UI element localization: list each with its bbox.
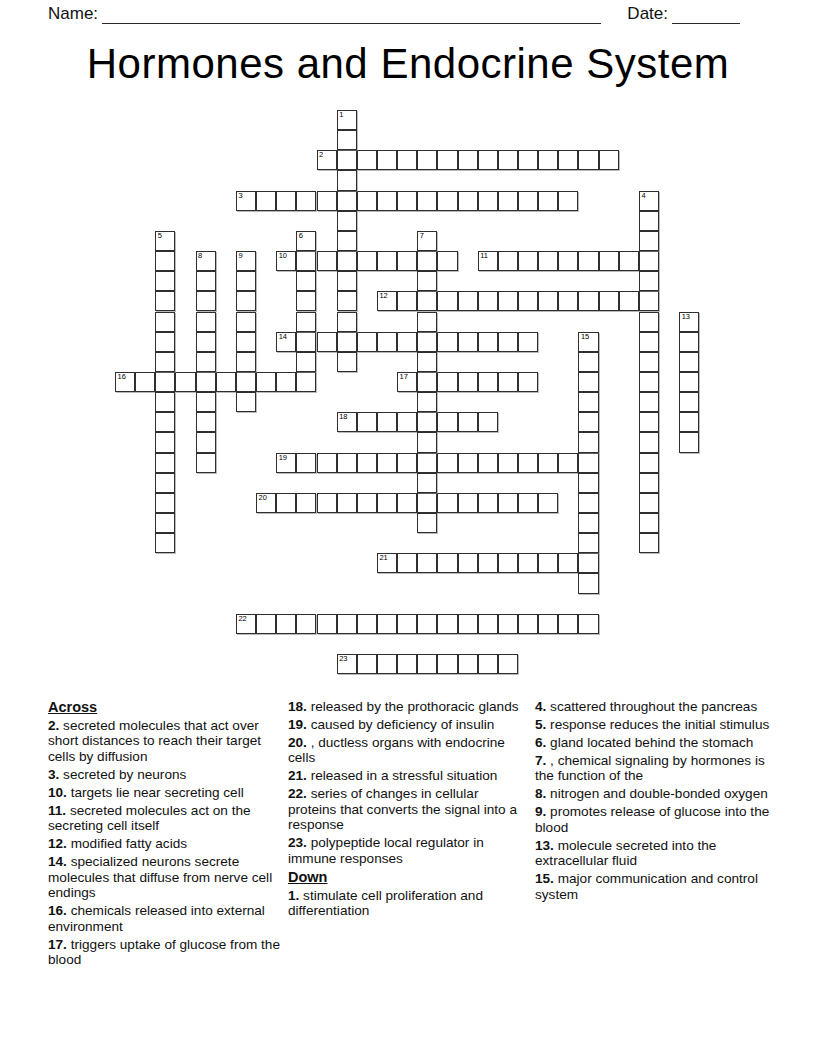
grid-cell[interactable] bbox=[558, 291, 578, 311]
grid-cell[interactable] bbox=[518, 493, 538, 513]
grid-cell[interactable] bbox=[337, 332, 357, 352]
grid-cell[interactable] bbox=[458, 372, 478, 392]
grid-cell[interactable] bbox=[175, 372, 195, 392]
grid-cell[interactable] bbox=[578, 372, 598, 392]
grid-cell[interactable] bbox=[538, 493, 558, 513]
grid-cell[interactable] bbox=[196, 432, 216, 452]
grid-cell[interactable] bbox=[619, 251, 639, 271]
grid-cell[interactable] bbox=[578, 473, 598, 493]
grid-cell[interactable] bbox=[639, 513, 659, 533]
grid-cell[interactable] bbox=[498, 191, 518, 211]
grid-cell[interactable] bbox=[196, 372, 216, 392]
grid-cell[interactable] bbox=[417, 352, 437, 372]
clue-item-3: 3. secreted by neurons bbox=[48, 767, 286, 782]
grid-cell[interactable] bbox=[437, 654, 457, 674]
grid-cell[interactable]: 12 bbox=[377, 291, 397, 311]
grid-cell[interactable] bbox=[357, 614, 377, 634]
grid-cell[interactable] bbox=[357, 654, 377, 674]
clue-item-14: 14. specialized neurons secrete molecule… bbox=[48, 854, 286, 900]
grid-cell[interactable] bbox=[155, 533, 175, 553]
grid-cell[interactable] bbox=[639, 211, 659, 231]
grid-cell[interactable] bbox=[296, 352, 316, 372]
grid-cell[interactable] bbox=[639, 453, 659, 473]
grid-cell[interactable] bbox=[578, 573, 598, 593]
grid-cell[interactable] bbox=[216, 372, 236, 392]
grid-cell[interactable] bbox=[578, 513, 598, 533]
clue-item-16: 16. chemicals released into external env… bbox=[48, 903, 286, 934]
grid-cell[interactable] bbox=[417, 432, 437, 452]
grid-cell[interactable] bbox=[458, 150, 478, 170]
grid-cell[interactable] bbox=[437, 493, 457, 513]
grid-cell[interactable] bbox=[639, 312, 659, 332]
grid-cell[interactable] bbox=[155, 453, 175, 473]
clue-item-22: 22. series of changes in cellular protei… bbox=[288, 786, 528, 832]
grid-cell[interactable] bbox=[437, 332, 457, 352]
grid-cell[interactable] bbox=[437, 453, 457, 473]
grid-cell[interactable] bbox=[639, 392, 659, 412]
clue-item-11: 11. secreted molecules act on the secret… bbox=[48, 803, 286, 834]
grid-cell[interactable] bbox=[276, 493, 296, 513]
grid-cell[interactable] bbox=[478, 553, 498, 573]
grid-cell[interactable] bbox=[417, 291, 437, 311]
cell-number: 21 bbox=[379, 554, 387, 562]
clue-column-3: 4. scattered throughout the pancreas5. r… bbox=[535, 699, 773, 905]
grid-cell[interactable] bbox=[417, 332, 437, 352]
grid-cell[interactable] bbox=[437, 412, 457, 432]
grid-cell[interactable] bbox=[498, 553, 518, 573]
grid-cell[interactable]: 2 bbox=[317, 150, 337, 170]
grid-cell[interactable] bbox=[417, 150, 437, 170]
grid-cell[interactable] bbox=[437, 614, 457, 634]
grid-cell[interactable] bbox=[397, 291, 417, 311]
grid-cell[interactable] bbox=[578, 392, 598, 412]
grid-cell[interactable]: 6 bbox=[296, 231, 316, 251]
grid-cell[interactable] bbox=[679, 352, 699, 372]
grid-cell[interactable] bbox=[478, 412, 498, 432]
grid-cell[interactable] bbox=[478, 150, 498, 170]
grid-cell[interactable]: 18 bbox=[337, 412, 357, 432]
grid-cell[interactable] bbox=[538, 291, 558, 311]
grid-cell[interactable] bbox=[578, 352, 598, 372]
clue-item-19: 19. caused by deficiency of insulin bbox=[288, 717, 528, 732]
grid-cell[interactable] bbox=[679, 372, 699, 392]
cell-number: 12 bbox=[379, 292, 387, 300]
clue-number: 2. bbox=[48, 718, 59, 733]
clue-number: 14. bbox=[48, 854, 67, 869]
grid-cell[interactable] bbox=[196, 412, 216, 432]
grid-cell[interactable]: 21 bbox=[377, 553, 397, 573]
grid-cell[interactable] bbox=[317, 191, 337, 211]
clue-number: 21. bbox=[288, 768, 307, 783]
grid-cell[interactable] bbox=[498, 150, 518, 170]
grid-cell[interactable] bbox=[337, 291, 357, 311]
clue-number: 18. bbox=[288, 699, 307, 714]
grid-cell[interactable] bbox=[196, 291, 216, 311]
clue-item-21: 21. released in a stressful situation bbox=[288, 768, 528, 783]
grid-cell[interactable]: 20 bbox=[256, 493, 276, 513]
grid-cell[interactable] bbox=[296, 453, 316, 473]
grid-cell[interactable] bbox=[397, 553, 417, 573]
grid-cell[interactable]: 3 bbox=[236, 191, 256, 211]
cell-number: 9 bbox=[238, 252, 242, 260]
grid-cell[interactable] bbox=[397, 150, 417, 170]
grid-cell[interactable] bbox=[196, 312, 216, 332]
grid-cell[interactable]: 7 bbox=[417, 231, 437, 251]
grid-cell[interactable] bbox=[538, 191, 558, 211]
grid-cell[interactable] bbox=[458, 332, 478, 352]
grid-cell[interactable] bbox=[518, 453, 538, 473]
grid-cell[interactable] bbox=[377, 493, 397, 513]
grid-cell[interactable] bbox=[236, 271, 256, 291]
grid-cell[interactable] bbox=[196, 352, 216, 372]
grid-cell[interactable]: 9 bbox=[236, 251, 256, 271]
grid-cell[interactable] bbox=[538, 251, 558, 271]
grid-cell[interactable] bbox=[397, 493, 417, 513]
clue-item-18: 18. released by the prothoracic glands bbox=[288, 699, 528, 714]
clue-item-4: 4. scattered throughout the pancreas bbox=[535, 699, 773, 714]
grid-cell[interactable] bbox=[196, 392, 216, 412]
grid-cell[interactable] bbox=[377, 191, 397, 211]
grid-cell[interactable]: 5 bbox=[155, 231, 175, 251]
grid-cell[interactable] bbox=[578, 432, 598, 452]
grid-cell[interactable] bbox=[578, 453, 598, 473]
grid-cell[interactable] bbox=[155, 352, 175, 372]
grid-cell[interactable] bbox=[639, 473, 659, 493]
grid-cell[interactable] bbox=[437, 150, 457, 170]
grid-cell[interactable] bbox=[337, 312, 357, 332]
grid-cell[interactable] bbox=[478, 332, 498, 352]
clue-number: 8. bbox=[535, 786, 546, 801]
grid-cell[interactable] bbox=[296, 372, 316, 392]
grid-cell[interactable] bbox=[498, 614, 518, 634]
grid-cell[interactable] bbox=[538, 614, 558, 634]
grid-cell[interactable] bbox=[558, 191, 578, 211]
grid-cell[interactable] bbox=[296, 614, 316, 634]
grid-cell[interactable] bbox=[498, 493, 518, 513]
cell-number: 17 bbox=[400, 373, 408, 381]
grid-cell[interactable] bbox=[417, 191, 437, 211]
grid-cell[interactable] bbox=[599, 291, 619, 311]
grid-cell[interactable] bbox=[155, 513, 175, 533]
grid-cell[interactable] bbox=[256, 372, 276, 392]
clue-item-5: 5. response reduces the initial stimulus bbox=[535, 717, 773, 732]
grid-cell[interactable] bbox=[639, 533, 659, 553]
grid-cell[interactable] bbox=[256, 191, 276, 211]
grid-cell[interactable] bbox=[578, 614, 598, 634]
grid-cell[interactable] bbox=[357, 332, 377, 352]
grid-cell[interactable]: 1 bbox=[337, 110, 357, 130]
grid-cell[interactable] bbox=[337, 614, 357, 634]
grid-cell[interactable] bbox=[417, 372, 437, 392]
grid-cell[interactable] bbox=[276, 372, 296, 392]
grid-cell[interactable]: 4 bbox=[639, 191, 659, 211]
grid-cell[interactable] bbox=[458, 654, 478, 674]
grid-cell[interactable] bbox=[518, 332, 538, 352]
grid-cell[interactable] bbox=[155, 251, 175, 271]
grid-cell[interactable] bbox=[357, 453, 377, 473]
grid-cell[interactable] bbox=[337, 211, 357, 231]
grid-cell[interactable] bbox=[437, 372, 457, 392]
cell-number: 8 bbox=[198, 252, 202, 260]
grid-cell[interactable] bbox=[639, 271, 659, 291]
grid-cell[interactable] bbox=[155, 291, 175, 311]
grid-cell[interactable] bbox=[417, 473, 437, 493]
grid-cell[interactable] bbox=[196, 453, 216, 473]
grid-cell[interactable] bbox=[377, 332, 397, 352]
grid-cell[interactable] bbox=[397, 332, 417, 352]
grid-cell[interactable]: 15 bbox=[578, 332, 598, 352]
grid-cell[interactable] bbox=[498, 251, 518, 271]
cell-number: 4 bbox=[641, 192, 645, 200]
grid-cell[interactable] bbox=[377, 251, 397, 271]
grid-cell[interactable] bbox=[679, 392, 699, 412]
grid-cell[interactable] bbox=[317, 332, 337, 352]
grid-cell[interactable] bbox=[458, 453, 478, 473]
cell-number: 2 bbox=[319, 151, 323, 159]
grid-cell[interactable] bbox=[155, 312, 175, 332]
grid-cell[interactable] bbox=[558, 614, 578, 634]
grid-cell[interactable] bbox=[337, 170, 357, 190]
grid-cell[interactable] bbox=[679, 412, 699, 432]
grid-cell[interactable] bbox=[639, 432, 659, 452]
cell-number: 11 bbox=[480, 252, 488, 260]
grid-cell[interactable] bbox=[317, 251, 337, 271]
grid-cell[interactable] bbox=[478, 372, 498, 392]
grid-cell[interactable] bbox=[296, 493, 316, 513]
clue-item-9: 9. promotes release of glucose into the … bbox=[535, 804, 773, 835]
grid-cell[interactable] bbox=[639, 412, 659, 432]
grid-cell[interactable] bbox=[639, 251, 659, 271]
grid-cell[interactable] bbox=[417, 271, 437, 291]
grid-cell[interactable] bbox=[377, 412, 397, 432]
grid-cell[interactable] bbox=[639, 372, 659, 392]
grid-cell[interactable] bbox=[538, 553, 558, 573]
clue-item-6: 6. gland located behind the stomach bbox=[535, 735, 773, 750]
grid-cell[interactable] bbox=[639, 352, 659, 372]
grid-cell[interactable] bbox=[458, 614, 478, 634]
grid-cell[interactable]: 19 bbox=[276, 453, 296, 473]
grid-cell[interactable] bbox=[518, 614, 538, 634]
grid-cell[interactable] bbox=[397, 654, 417, 674]
grid-cell[interactable] bbox=[377, 614, 397, 634]
grid-cell[interactable]: 11 bbox=[478, 251, 498, 271]
grid-cell[interactable] bbox=[558, 553, 578, 573]
grid-cell[interactable] bbox=[578, 553, 598, 573]
grid-cell[interactable] bbox=[236, 372, 256, 392]
cell-number: 22 bbox=[238, 615, 246, 623]
grid-cell[interactable] bbox=[296, 251, 316, 271]
clue-number: 16. bbox=[48, 903, 67, 918]
grid-cell[interactable] bbox=[337, 191, 357, 211]
grid-cell[interactable] bbox=[417, 654, 437, 674]
grid-cell[interactable] bbox=[337, 493, 357, 513]
clue-item-8: 8. nitrogen and double-bonded oxygen bbox=[535, 786, 773, 801]
grid-cell[interactable] bbox=[397, 412, 417, 432]
grid-cell[interactable] bbox=[437, 251, 457, 271]
grid-cell[interactable] bbox=[155, 493, 175, 513]
grid-cell[interactable] bbox=[377, 453, 397, 473]
grid-cell[interactable] bbox=[357, 251, 377, 271]
grid-cell[interactable] bbox=[296, 312, 316, 332]
clue-number: 11. bbox=[48, 803, 66, 818]
grid-cell[interactable] bbox=[397, 614, 417, 634]
grid-cell[interactable] bbox=[417, 614, 437, 634]
grid-cell[interactable] bbox=[337, 150, 357, 170]
grid-cell[interactable] bbox=[619, 291, 639, 311]
grid-cell[interactable] bbox=[155, 271, 175, 291]
grid-cell[interactable] bbox=[357, 150, 377, 170]
grid-cell[interactable] bbox=[478, 453, 498, 473]
grid-cell[interactable] bbox=[417, 251, 437, 271]
grid-cell[interactable] bbox=[679, 332, 699, 352]
grid-cell[interactable]: 8 bbox=[196, 251, 216, 271]
grid-cell[interactable] bbox=[518, 291, 538, 311]
grid-cell[interactable] bbox=[317, 453, 337, 473]
grid-cell[interactable] bbox=[639, 231, 659, 251]
grid-cell[interactable] bbox=[397, 191, 417, 211]
grid-cell[interactable] bbox=[296, 191, 316, 211]
grid-cell[interactable] bbox=[155, 473, 175, 493]
grid-cell[interactable] bbox=[337, 130, 357, 150]
grid-cell[interactable]: 17 bbox=[397, 372, 417, 392]
grid-cell[interactable] bbox=[578, 533, 598, 553]
grid-cell[interactable] bbox=[558, 453, 578, 473]
cell-number: 13 bbox=[682, 313, 690, 321]
grid-cell[interactable] bbox=[578, 150, 598, 170]
grid-cell[interactable] bbox=[458, 412, 478, 432]
grid-cell[interactable] bbox=[196, 271, 216, 291]
grid-cell[interactable] bbox=[478, 493, 498, 513]
clue-item-20: 20. , ductless organs with endocrine cel… bbox=[288, 735, 528, 766]
grid-cell[interactable] bbox=[417, 513, 437, 533]
grid-cell[interactable] bbox=[317, 493, 337, 513]
grid-cell[interactable] bbox=[458, 553, 478, 573]
grid-cell[interactable] bbox=[276, 614, 296, 634]
grid-cell[interactable] bbox=[599, 150, 619, 170]
grid-cell[interactable] bbox=[498, 372, 518, 392]
grid-cell[interactable] bbox=[357, 412, 377, 432]
grid-cell[interactable] bbox=[478, 191, 498, 211]
grid-cell[interactable] bbox=[437, 191, 457, 211]
grid-cell[interactable] bbox=[498, 291, 518, 311]
grid-cell[interactable] bbox=[578, 291, 598, 311]
grid-cell[interactable] bbox=[417, 412, 437, 432]
grid-cell[interactable] bbox=[155, 412, 175, 432]
grid-cell[interactable] bbox=[337, 453, 357, 473]
page-title: Hormones and Endocrine System bbox=[0, 40, 816, 88]
grid-cell[interactable] bbox=[377, 654, 397, 674]
grid-cell[interactable]: 13 bbox=[679, 312, 699, 332]
grid-cell[interactable] bbox=[155, 432, 175, 452]
grid-cell[interactable] bbox=[377, 150, 397, 170]
grid-cell[interactable] bbox=[357, 493, 377, 513]
grid-cell[interactable] bbox=[458, 191, 478, 211]
grid-cell[interactable] bbox=[296, 291, 316, 311]
grid-cell[interactable] bbox=[538, 453, 558, 473]
grid-cell[interactable] bbox=[337, 251, 357, 271]
grid-cell[interactable]: 22 bbox=[236, 614, 256, 634]
grid-cell[interactable] bbox=[417, 312, 437, 332]
grid-cell[interactable] bbox=[236, 392, 256, 412]
grid-cell[interactable] bbox=[578, 251, 598, 271]
grid-cell[interactable] bbox=[538, 150, 558, 170]
grid-cell[interactable] bbox=[397, 453, 417, 473]
clue-item-17: 17. triggers uptake of glucose from the … bbox=[48, 937, 286, 968]
grid-cell[interactable] bbox=[558, 251, 578, 271]
grid-cell[interactable] bbox=[599, 251, 619, 271]
grid-cell[interactable] bbox=[518, 553, 538, 573]
grid-cell[interactable]: 10 bbox=[276, 251, 296, 271]
grid-cell[interactable] bbox=[639, 291, 659, 311]
grid-cell[interactable] bbox=[155, 392, 175, 412]
grid-cell[interactable] bbox=[236, 352, 256, 372]
grid-cell[interactable] bbox=[256, 614, 276, 634]
grid-cell[interactable] bbox=[417, 453, 437, 473]
grid-cell[interactable] bbox=[236, 312, 256, 332]
cell-number: 23 bbox=[339, 655, 347, 663]
clue-heading-across: Across bbox=[48, 699, 286, 715]
grid-cell[interactable]: 23 bbox=[337, 654, 357, 674]
grid-cell[interactable] bbox=[357, 191, 377, 211]
grid-cell[interactable] bbox=[518, 191, 538, 211]
grid-cell[interactable] bbox=[337, 271, 357, 291]
grid-cell[interactable] bbox=[458, 493, 478, 513]
grid-cell[interactable] bbox=[639, 493, 659, 513]
grid-cell[interactable] bbox=[437, 291, 457, 311]
grid-cell[interactable]: 14 bbox=[276, 332, 296, 352]
grid-cell[interactable] bbox=[296, 332, 316, 352]
grid-cell[interactable] bbox=[578, 412, 598, 432]
grid-cell[interactable] bbox=[155, 332, 175, 352]
grid-cell[interactable] bbox=[417, 392, 437, 412]
grid-cell[interactable] bbox=[236, 332, 256, 352]
grid-cell[interactable] bbox=[437, 553, 457, 573]
grid-cell[interactable] bbox=[639, 332, 659, 352]
grid-cell[interactable] bbox=[296, 271, 316, 291]
grid-cell[interactable] bbox=[518, 150, 538, 170]
grid-cell[interactable] bbox=[397, 251, 417, 271]
grid-cell[interactable] bbox=[478, 614, 498, 634]
grid-cell[interactable] bbox=[518, 251, 538, 271]
grid-cell[interactable] bbox=[155, 372, 175, 392]
grid-cell[interactable] bbox=[498, 332, 518, 352]
grid-cell[interactable] bbox=[478, 291, 498, 311]
grid-cell[interactable] bbox=[337, 231, 357, 251]
grid-cell[interactable] bbox=[417, 553, 437, 573]
grid-cell[interactable] bbox=[236, 291, 256, 311]
grid-cell[interactable] bbox=[518, 372, 538, 392]
grid-cell[interactable] bbox=[417, 493, 437, 513]
cell-number: 16 bbox=[118, 373, 126, 381]
grid-cell[interactable] bbox=[317, 614, 337, 634]
grid-cell[interactable] bbox=[498, 654, 518, 674]
grid-cell[interactable] bbox=[135, 372, 155, 392]
grid-cell[interactable]: 16 bbox=[115, 372, 135, 392]
grid-cell[interactable] bbox=[558, 150, 578, 170]
grid-cell[interactable] bbox=[337, 352, 357, 372]
grid-cell[interactable] bbox=[578, 493, 598, 513]
clue-number: 6. bbox=[535, 735, 546, 750]
grid-cell[interactable] bbox=[196, 332, 216, 352]
clue-number: 3. bbox=[48, 767, 59, 782]
clue-column-2: 18. released by the prothoracic glands19… bbox=[288, 699, 528, 921]
grid-cell[interactable] bbox=[679, 432, 699, 452]
cell-number: 19 bbox=[279, 454, 287, 462]
grid-cell[interactable] bbox=[458, 291, 478, 311]
grid-cell[interactable] bbox=[498, 453, 518, 473]
grid-cell[interactable] bbox=[276, 191, 296, 211]
grid-cell[interactable] bbox=[478, 654, 498, 674]
